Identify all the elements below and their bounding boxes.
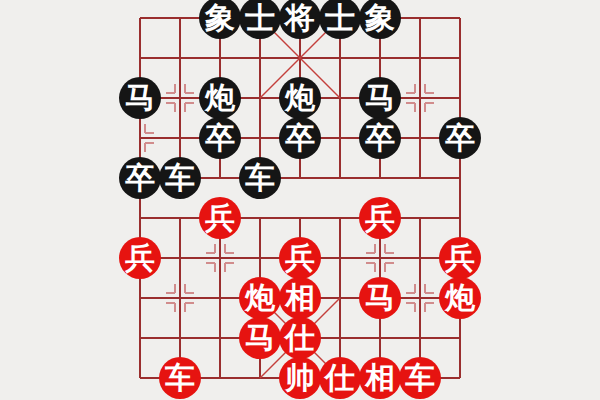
piece-red-soldier[interactable]: 兵	[359, 197, 401, 239]
piece-red-elephant[interactable]: 相	[279, 277, 321, 319]
piece-red-elephant[interactable]: 相	[359, 357, 401, 399]
piece-black-elephant[interactable]: 象	[199, 0, 241, 39]
piece-black-advisor[interactable]: 士	[239, 0, 281, 39]
piece-black-soldier[interactable]: 卒	[119, 157, 161, 199]
piece-black-soldier[interactable]: 卒	[199, 117, 241, 159]
piece-red-advisor[interactable]: 仕	[319, 357, 361, 399]
piece-black-soldier[interactable]: 卒	[279, 117, 321, 159]
piece-black-horse[interactable]: 马	[119, 77, 161, 119]
piece-red-general[interactable]: 帅	[279, 357, 321, 399]
piece-black-chariot[interactable]: 车	[159, 157, 201, 199]
piece-black-chariot[interactable]: 车	[239, 157, 281, 199]
piece-black-general[interactable]: 将	[279, 0, 321, 39]
piece-black-horse[interactable]: 马	[359, 77, 401, 119]
piece-red-chariot[interactable]: 车	[159, 357, 201, 399]
piece-red-horse[interactable]: 马	[359, 277, 401, 319]
piece-black-soldier[interactable]: 卒	[439, 117, 481, 159]
xiangqi-board: 象士将士象马炮炮马卒卒卒卒卒车车兵兵兵兵兵炮相马炮马仕车帅仕相车	[0, 0, 600, 400]
piece-black-soldier[interactable]: 卒	[359, 117, 401, 159]
piece-red-soldier[interactable]: 兵	[439, 237, 481, 279]
piece-black-cannon[interactable]: 炮	[199, 77, 241, 119]
piece-red-cannon[interactable]: 炮	[239, 277, 281, 319]
piece-black-cannon[interactable]: 炮	[279, 77, 321, 119]
piece-red-cannon[interactable]: 炮	[439, 277, 481, 319]
piece-red-advisor[interactable]: 仕	[279, 317, 321, 359]
piece-red-soldier[interactable]: 兵	[199, 197, 241, 239]
piece-black-elephant[interactable]: 象	[359, 0, 401, 39]
piece-red-chariot[interactable]: 车	[399, 357, 441, 399]
piece-black-advisor[interactable]: 士	[319, 0, 361, 39]
piece-red-soldier[interactable]: 兵	[119, 237, 161, 279]
piece-red-horse[interactable]: 马	[239, 317, 281, 359]
piece-red-soldier[interactable]: 兵	[279, 237, 321, 279]
